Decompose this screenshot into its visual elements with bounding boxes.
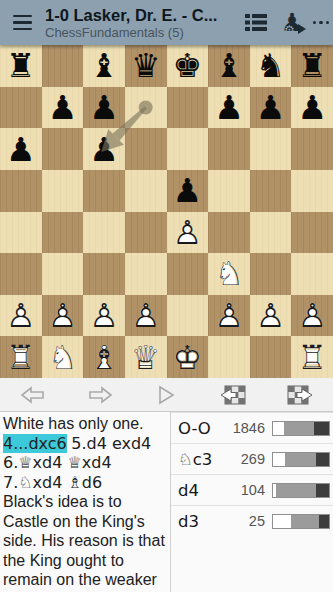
square-e1[interactable]: ♚♔ [167,336,209,378]
square-f6[interactable] [208,128,250,170]
square-e6[interactable] [167,128,209,170]
square-h7[interactable]: ♟ [291,87,333,129]
square-a8[interactable]: ♜ [0,45,42,87]
square-b8[interactable] [42,45,84,87]
square-c5[interactable] [83,170,125,212]
square-b1[interactable]: ♞♘ [42,336,84,378]
black-bishop-piece: ♝ [83,45,125,87]
book-move-row[interactable]: d3 25 [171,506,333,536]
square-d6[interactable] [125,128,167,170]
book-move-row[interactable]: ♘c3 269 [171,444,333,475]
square-d8[interactable]: ♛ [125,45,167,87]
square-f8[interactable]: ♝ [208,45,250,87]
square-f3[interactable]: ♞♘ [208,253,250,295]
white-pawn-piece: ♙ [125,295,167,337]
book-move-row[interactable]: d4 104 [171,475,333,506]
white-pawn-piece: ♙ [208,295,250,337]
book-move-count: 104 [199,482,272,498]
previous-game-board-icon[interactable] [200,378,267,411]
white-pawn-piece: ♙ [167,212,209,254]
current-move[interactable]: 4...dxc6 [3,434,67,453]
play-icon[interactable] [133,378,200,411]
square-a6[interactable]: ♟ [0,128,42,170]
black-pawn-piece: ♟ [291,87,333,129]
comment-text: Black's idea is to Castle on the King's … [3,492,168,592]
square-a1[interactable]: ♜♖ [0,336,42,378]
forward-arrow-icon[interactable] [67,378,134,411]
square-c1[interactable]: ♝♗ [83,336,125,378]
wdl-bar [272,483,330,498]
square-a5[interactable] [0,170,42,212]
square-b5[interactable] [42,170,84,212]
white-pawn-piece: ♙ [42,295,84,337]
wdl-bar [272,452,330,467]
white-rook-piece: ♖ [0,336,42,378]
navigation-toolbar [0,378,333,412]
next-game-board-icon[interactable] [266,378,333,411]
page-title: 1-0 Lasker, Dr. E. - C... [45,6,239,25]
square-b4[interactable] [42,212,84,254]
back-arrow-icon[interactable] [0,378,67,411]
black-rook-piece: ♜ [0,45,42,87]
white-pawn-piece: ♙ [0,295,42,337]
black-pawn-piece: ♟ [42,87,84,129]
square-e2[interactable] [167,295,209,337]
square-g8[interactable]: ♞ [250,45,292,87]
square-c8[interactable]: ♝ [83,45,125,87]
white-knight-piece: ♘ [42,336,84,378]
white-bishop-piece: ♗ [83,336,125,378]
black-knight-piece: ♞ [250,45,292,87]
book-move-count: 25 [199,513,272,529]
black-pawn-piece: ♟ [83,87,125,129]
opening-book-pane: O-O 1846 ♘c3 269 d4 104 d3 25 [171,412,333,536]
book-move-label: d4 [171,481,199,500]
title-block: 1-0 Lasker, Dr. E. - C... ChessFundament… [44,6,239,40]
white-pawn-piece: ♙ [291,295,333,337]
square-c4[interactable] [83,212,125,254]
square-f1[interactable] [208,336,250,378]
app-bar: 1-0 Lasker, Dr. E. - C... ChessFundament… [0,0,333,45]
square-h3[interactable] [291,253,333,295]
square-b3[interactable] [42,253,84,295]
square-g7[interactable]: ♟ [250,87,292,129]
square-a2[interactable]: ♟♙ [0,295,42,337]
black-pawn-piece: ♟ [83,128,125,170]
square-d1[interactable]: ♛♕ [125,336,167,378]
square-h4[interactable] [291,212,333,254]
game-list-icon[interactable] [239,0,273,45]
hamburger-menu-icon[interactable] [0,0,44,45]
engine-play-glyph [298,24,306,34]
square-h2[interactable]: ♟♙ [291,295,333,337]
square-g5[interactable] [250,170,292,212]
black-rook-piece: ♜ [291,45,333,87]
square-c6[interactable]: ♟ [83,128,125,170]
book-move-count: 1846 [211,420,272,436]
square-b7[interactable]: ♟ [42,87,84,129]
book-move-count: 269 [212,451,272,467]
square-c2[interactable]: ♟♙ [83,295,125,337]
square-d7[interactable] [125,87,167,129]
black-queen-piece: ♛ [125,45,167,87]
black-king-piece: ♚ [167,45,209,87]
square-e4[interactable]: ♟♙ [167,212,209,254]
square-g2[interactable]: ♟♙ [250,295,292,337]
square-a7[interactable] [0,87,42,129]
engine-gear-glyph: ⚙ [284,24,295,36]
square-g3[interactable] [250,253,292,295]
analysis-panel: White has only one. 4...dxc6 5.d4 exd4 6… [0,412,333,592]
square-e7[interactable] [167,87,209,129]
white-queen-piece: ♕ [125,336,167,378]
page-subtitle: ChessFundamentals (5) [45,25,239,40]
engine-analysis-icon[interactable]: ♟ ⚙ [275,0,309,45]
app-screen: 1-0 Lasker, Dr. E. - C... ChessFundament… [0,0,333,592]
square-h5[interactable] [291,170,333,212]
square-d2[interactable]: ♟♙ [125,295,167,337]
square-e3[interactable] [167,253,209,295]
square-g1[interactable] [250,336,292,378]
square-e8[interactable]: ♚ [167,45,209,87]
square-a4[interactable] [0,212,42,254]
square-a3[interactable] [0,253,42,295]
annotation-pane: White has only one. 4...dxc6 5.d4 exd4 6… [0,412,168,592]
black-pawn-piece: ♟ [167,170,209,212]
square-d3[interactable] [125,253,167,295]
square-h6[interactable] [291,128,333,170]
white-pawn-piece: ♙ [250,295,292,337]
square-g4[interactable] [250,212,292,254]
overflow-menu-icon[interactable] [311,0,331,45]
book-move-row[interactable]: O-O 1846 [171,413,333,444]
black-bishop-piece: ♝ [208,45,250,87]
square-h8[interactable]: ♜ [291,45,333,87]
white-king-piece: ♔ [167,336,209,378]
square-c7[interactable]: ♟ [83,87,125,129]
appbar-actions: ♟ ⚙ [239,0,333,45]
white-knight-piece: ♘ [208,253,250,295]
book-move-label: O-O [171,419,211,438]
black-pawn-piece: ♟ [250,87,292,129]
comment-intro: White has only one. [3,414,168,434]
chess-board[interactable]: ♜♝♛♚♝♞♜♟♟♟♟♟♟♟♟♟♙♞♘♟♙♟♙♟♙♟♙♟♙♟♙♟♙♜♖♞♘♝♗♛… [0,45,333,378]
square-d5[interactable] [125,170,167,212]
square-f4[interactable] [208,212,250,254]
square-b2[interactable]: ♟♙ [42,295,84,337]
square-g6[interactable] [250,128,292,170]
square-b6[interactable] [42,128,84,170]
black-pawn-piece: ♟ [208,87,250,129]
book-move-label: ♘c3 [171,450,212,469]
book-move-label: d3 [171,512,199,531]
square-c3[interactable] [83,253,125,295]
white-pawn-piece: ♙ [83,295,125,337]
square-h1[interactable]: ♜♖ [291,336,333,378]
wdl-bar [272,421,330,436]
square-f7[interactable]: ♟ [208,87,250,129]
wdl-bar [272,514,330,529]
square-f5[interactable] [208,170,250,212]
square-f2[interactable]: ♟♙ [208,295,250,337]
white-rook-piece: ♖ [291,336,333,378]
square-d4[interactable] [125,212,167,254]
square-e5[interactable]: ♟ [167,170,209,212]
move-list: 4...dxc6 5.d4 exd4 6.♕xd4 ♕xd4 7.♘xd4 ♗d… [3,434,168,493]
black-pawn-piece: ♟ [0,128,42,170]
